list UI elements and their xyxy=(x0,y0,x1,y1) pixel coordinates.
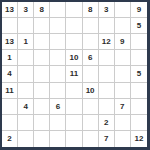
clue-cell-r8c7[interactable]: 2 xyxy=(99,115,115,131)
grid-cell-r7c9[interactable] xyxy=(131,99,147,115)
clue-number: 3 xyxy=(104,5,108,14)
clue-cell-r1c6[interactable]: 8 xyxy=(83,2,99,18)
clue-cell-r5c1[interactable]: 4 xyxy=(2,66,18,82)
grid-cell-r6c2[interactable] xyxy=(18,83,34,99)
grid-cell-r8c8[interactable] xyxy=(115,115,131,131)
clue-number: 9 xyxy=(137,5,141,14)
grid-cell-r3c5[interactable] xyxy=(66,34,82,50)
clue-number: 7 xyxy=(104,134,108,143)
grid-cell-r7c5[interactable] xyxy=(66,99,82,115)
grid-cell-r3c6[interactable] xyxy=(83,34,99,50)
grid-cell-r7c6[interactable] xyxy=(83,99,99,115)
clue-cell-r6c1[interactable]: 11 xyxy=(2,83,18,99)
clue-number: 11 xyxy=(5,86,13,95)
grid-cell-r3c4[interactable] xyxy=(50,34,66,50)
clue-cell-r4c1[interactable]: 1 xyxy=(2,50,18,66)
clue-number: 12 xyxy=(102,37,111,46)
grid-cell-r1c5[interactable] xyxy=(66,2,82,18)
grid-cell-r2c1[interactable] xyxy=(2,18,18,34)
grid-cell-r2c3[interactable] xyxy=(34,18,50,34)
clue-number: 11 xyxy=(70,69,78,78)
grid-cell-r5c2[interactable] xyxy=(18,66,34,82)
clue-number: 10 xyxy=(86,86,95,95)
clue-cell-r5c5[interactable]: 11 xyxy=(66,66,82,82)
grid-cell-r3c3[interactable] xyxy=(34,34,50,50)
grid-cell-r5c7[interactable] xyxy=(99,66,115,82)
clue-cell-r9c1[interactable]: 2 xyxy=(2,131,18,147)
grid-cell-r2c5[interactable] xyxy=(66,18,82,34)
clue-number: 8 xyxy=(40,5,44,14)
grid-cell-r4c8[interactable] xyxy=(115,50,131,66)
clue-cell-r9c9[interactable]: 12 xyxy=(131,131,147,147)
clue-number: 4 xyxy=(7,69,11,78)
grid-cell-r9c8[interactable] xyxy=(115,131,131,147)
numberlink-board: 1338839513112911064115111046722712 xyxy=(0,0,150,150)
clue-number: 5 xyxy=(137,21,141,30)
clue-number: 13 xyxy=(5,5,14,14)
clue-cell-r9c7[interactable]: 7 xyxy=(99,131,115,147)
grid-cell-r2c6[interactable] xyxy=(83,18,99,34)
grid-cell-r6c9[interactable] xyxy=(131,83,147,99)
grid-cell-r5c6[interactable] xyxy=(83,66,99,82)
grid-cell-r9c4[interactable] xyxy=(50,131,66,147)
grid-cell-r4c7[interactable] xyxy=(99,50,115,66)
grid-cell-r2c7[interactable] xyxy=(99,18,115,34)
clue-number: 4 xyxy=(23,102,27,111)
clue-cell-r1c3[interactable]: 8 xyxy=(34,2,50,18)
grid-cell-r4c3[interactable] xyxy=(34,50,50,66)
clue-cell-r1c2[interactable]: 3 xyxy=(18,2,34,18)
grid-cell-r2c8[interactable] xyxy=(115,18,131,34)
grid-cell-r9c2[interactable] xyxy=(18,131,34,147)
clue-cell-r6c6[interactable]: 10 xyxy=(83,83,99,99)
clue-number: 5 xyxy=(137,69,141,78)
grid-cell-r8c5[interactable] xyxy=(66,115,82,131)
clue-cell-r1c9[interactable]: 9 xyxy=(131,2,147,18)
grid-cell-r2c4[interactable] xyxy=(50,18,66,34)
clue-cell-r1c7[interactable]: 3 xyxy=(99,2,115,18)
clue-cell-r7c4[interactable]: 6 xyxy=(50,99,66,115)
grid-cell-r8c2[interactable] xyxy=(18,115,34,131)
clue-cell-r3c7[interactable]: 12 xyxy=(99,34,115,50)
clue-number: 2 xyxy=(104,118,108,127)
grid-cell-r5c8[interactable] xyxy=(115,66,131,82)
clue-number: 10 xyxy=(70,53,79,62)
clue-cell-r4c5[interactable]: 10 xyxy=(66,50,82,66)
grid-cell-r4c9[interactable] xyxy=(131,50,147,66)
clue-number: 1 xyxy=(7,53,11,62)
clue-number: 3 xyxy=(23,5,27,14)
grid-cell-r5c4[interactable] xyxy=(50,66,66,82)
grid-cell-r8c1[interactable] xyxy=(2,115,18,131)
grid-cell-r6c3[interactable] xyxy=(34,83,50,99)
grid-cell-r5c3[interactable] xyxy=(34,66,50,82)
clue-number: 8 xyxy=(88,5,92,14)
clue-number: 2 xyxy=(7,134,11,143)
grid-cell-r1c8[interactable] xyxy=(115,2,131,18)
clue-number: 6 xyxy=(56,102,60,111)
grid-cell-r9c5[interactable] xyxy=(66,131,82,147)
grid-cell-r7c3[interactable] xyxy=(34,99,50,115)
grid-cell-r8c6[interactable] xyxy=(83,115,99,131)
grid-cell-r4c2[interactable] xyxy=(18,50,34,66)
clue-number: 1 xyxy=(23,37,27,46)
clue-number: 7 xyxy=(120,102,124,111)
clue-number: 6 xyxy=(88,53,92,62)
grid-cell-r4c4[interactable] xyxy=(50,50,66,66)
clue-cell-r3c8[interactable]: 9 xyxy=(115,34,131,50)
grid-cell-r6c7[interactable] xyxy=(99,83,115,99)
clue-cell-r7c8[interactable]: 7 xyxy=(115,99,131,115)
grid-cell-r9c3[interactable] xyxy=(34,131,50,147)
grid-cell-r9c6[interactable] xyxy=(83,131,99,147)
clue-number: 12 xyxy=(134,134,143,143)
grid-cell-r8c9[interactable] xyxy=(131,115,147,131)
grid-cell-r7c7[interactable] xyxy=(99,99,115,115)
grid-cell-r2c2[interactable] xyxy=(18,18,34,34)
clue-cell-r5c9[interactable]: 5 xyxy=(131,66,147,82)
grid-cell-r7c1[interactable] xyxy=(2,99,18,115)
grid-cell-r6c8[interactable] xyxy=(115,83,131,99)
grid-cell-r8c3[interactable] xyxy=(34,115,50,131)
grid-cell-r6c5[interactable] xyxy=(66,83,82,99)
clue-cell-r1c1[interactable]: 13 xyxy=(2,2,18,18)
clue-cell-r3c2[interactable]: 1 xyxy=(18,34,34,50)
clue-cell-r2c9[interactable]: 5 xyxy=(131,18,147,34)
clue-cell-r4c6[interactable]: 6 xyxy=(83,50,99,66)
clue-cell-r3c1[interactable]: 13 xyxy=(2,34,18,50)
clue-number: 9 xyxy=(120,37,124,46)
grid-cell-r8c4[interactable] xyxy=(50,115,66,131)
grid-cell-r3c9[interactable] xyxy=(131,34,147,50)
clue-number: 13 xyxy=(5,37,14,46)
grid-cell-r6c4[interactable] xyxy=(50,83,66,99)
clue-cell-r7c2[interactable]: 4 xyxy=(18,99,34,115)
grid-cell-r1c4[interactable] xyxy=(50,2,66,18)
